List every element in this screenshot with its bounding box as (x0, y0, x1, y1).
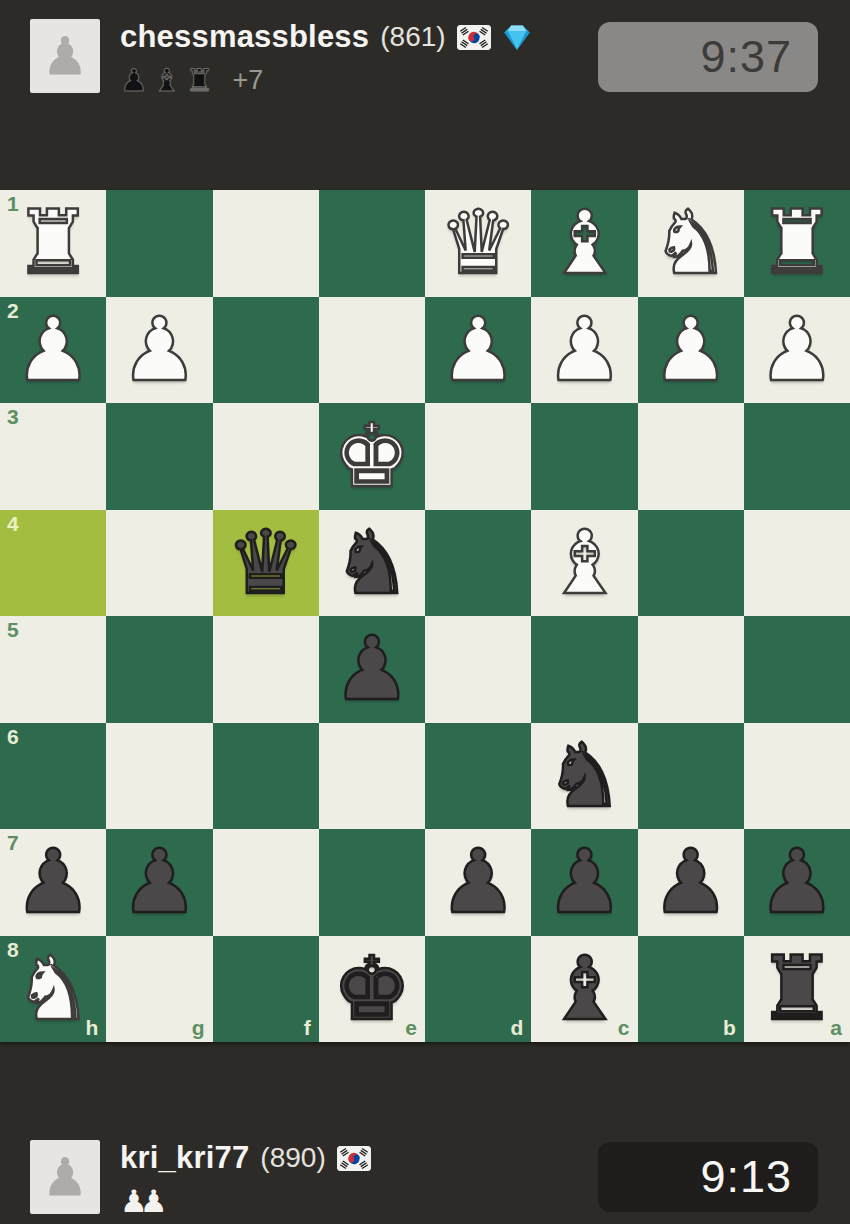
square-d2[interactable]: ♟ (425, 297, 531, 404)
piece-white-pawn: ♟ (14, 306, 93, 394)
bottom-player-avatar[interactable]: ♟ (30, 1140, 100, 1214)
top-player-info: chessmassbless (861) (120, 17, 532, 98)
square-c7[interactable]: ♟ (531, 829, 637, 936)
square-e8[interactable]: e♚ (319, 936, 425, 1043)
square-b7[interactable]: ♟ (638, 829, 744, 936)
piece-black-pawn: ♟ (439, 838, 518, 926)
square-g4[interactable] (106, 510, 212, 617)
rank-label-1: 1 (7, 193, 19, 214)
square-f1[interactable] (213, 190, 319, 297)
square-e1[interactable] (319, 190, 425, 297)
square-g2[interactable]: ♟ (106, 297, 212, 404)
square-g1[interactable] (106, 190, 212, 297)
square-g3[interactable] (106, 403, 212, 510)
bottom-player-info: kri_kri77 (890) (120, 1138, 371, 1219)
south-korea-flag-icon (337, 1146, 371, 1171)
piece-white-pawn: ♟ (757, 306, 836, 394)
top-player-avatar[interactable]: ♟ (30, 19, 100, 93)
captured-white-pawn-icon: ♟ (140, 1183, 168, 1219)
top-player-clock: 9:37 (598, 22, 818, 92)
square-b1[interactable]: ♞ (638, 190, 744, 297)
square-c6[interactable]: ♞ (531, 723, 637, 830)
pawn-avatar-icon: ♟ (42, 30, 89, 82)
top-player-name[interactable]: chessmassbless (120, 19, 369, 55)
piece-white-king: ♚ (332, 412, 411, 500)
piece-black-pawn: ♟ (545, 838, 624, 926)
square-e2[interactable] (319, 297, 425, 404)
captured-pieces: ♟♝♜ (120, 65, 218, 96)
file-label-f: f (304, 1017, 311, 1038)
square-d6[interactable] (425, 723, 531, 830)
square-b5[interactable] (638, 616, 744, 723)
square-g8[interactable]: g (106, 936, 212, 1043)
square-a8[interactable]: a♜ (744, 936, 850, 1043)
piece-white-rook: ♜ (757, 199, 836, 287)
rank-label-4: 4 (7, 513, 19, 534)
file-label-g: g (192, 1017, 205, 1038)
square-a4[interactable] (744, 510, 850, 617)
square-a3[interactable] (744, 403, 850, 510)
square-c2[interactable]: ♟ (531, 297, 637, 404)
square-e3[interactable]: ♚ (319, 403, 425, 510)
square-a7[interactable]: ♟ (744, 829, 850, 936)
square-a2[interactable]: ♟ (744, 297, 850, 404)
piece-white-pawn: ♟ (439, 306, 518, 394)
piece-black-knight: ♞ (545, 732, 624, 820)
square-c5[interactable] (531, 616, 637, 723)
rank-label-2: 2 (7, 300, 19, 321)
rank-label-5: 5 (7, 619, 19, 640)
square-a6[interactable] (744, 723, 850, 830)
square-f4[interactable]: ♛ (213, 510, 319, 617)
bottom-player-rating: (890) (260, 1142, 325, 1174)
piece-white-bishop: ♝ (545, 519, 624, 607)
square-g5[interactable] (106, 616, 212, 723)
square-d7[interactable]: ♟ (425, 829, 531, 936)
square-h7[interactable]: 7♟ (0, 829, 106, 936)
square-b8[interactable]: b (638, 936, 744, 1043)
square-d8[interactable]: d (425, 936, 531, 1043)
piece-black-pawn: ♟ (14, 838, 93, 926)
captured-black-pawn-icon: ♟ (120, 62, 148, 98)
square-c3[interactable] (531, 403, 637, 510)
square-h8[interactable]: 8h♞ (0, 936, 106, 1043)
top-player-bar: ♟ chessmassbless (861) (30, 17, 820, 103)
square-a1[interactable]: ♜ (744, 190, 850, 297)
file-label-h: h (85, 1017, 98, 1038)
bottom-captured-tray: ♟♟ (120, 1183, 371, 1219)
square-f3[interactable] (213, 403, 319, 510)
square-h6[interactable]: 6 (0, 723, 106, 830)
file-label-e: e (405, 1017, 417, 1038)
square-h5[interactable]: 5 (0, 616, 106, 723)
piece-black-king: ♚ (332, 945, 411, 1033)
square-a5[interactable] (744, 616, 850, 723)
rank-label-3: 3 (7, 406, 19, 427)
piece-black-pawn: ♟ (757, 838, 836, 926)
square-f2[interactable] (213, 297, 319, 404)
rank-label-6: 6 (7, 726, 19, 747)
square-e5[interactable]: ♟ (319, 616, 425, 723)
piece-black-rook: ♜ (757, 945, 836, 1033)
square-f7[interactable] (213, 829, 319, 936)
square-e7[interactable] (319, 829, 425, 936)
square-b2[interactable]: ♟ (638, 297, 744, 404)
square-e4[interactable]: ♞ (319, 510, 425, 617)
square-d5[interactable] (425, 616, 531, 723)
piece-white-queen: ♛ (439, 199, 518, 287)
piece-white-pawn: ♟ (545, 306, 624, 394)
rank-label-7: 7 (7, 832, 19, 853)
file-label-b: b (723, 1017, 736, 1038)
square-d3[interactable] (425, 403, 531, 510)
square-c4[interactable]: ♝ (531, 510, 637, 617)
piece-white-knight: ♞ (651, 199, 730, 287)
pawn-avatar-icon: ♟ (42, 1151, 89, 1203)
bottom-player-bar: ♟ kri_kri77 (890) (30, 1138, 820, 1224)
piece-white-pawn: ♟ (651, 306, 730, 394)
file-label-c: c (618, 1017, 630, 1038)
piece-black-queen: ♛ (226, 519, 305, 607)
square-f8[interactable]: f (213, 936, 319, 1043)
square-h3[interactable]: 3 (0, 403, 106, 510)
bottom-player-clock: 9:13 (598, 1142, 818, 1212)
square-c8[interactable]: c♝ (531, 936, 637, 1043)
bottom-player-name[interactable]: kri_kri77 (120, 1140, 249, 1176)
file-label-d: d (510, 1017, 523, 1038)
chess-board: 1♜♛♝♞♜2♟♟♟♟♟♟3♚4♛♞♝5♟6♞7♟♟♟♟♟♟8h♞gfe♚dc♝… (0, 190, 850, 1042)
square-b6[interactable] (638, 723, 744, 830)
piece-white-knight: ♞ (14, 945, 93, 1033)
square-d1[interactable]: ♛ (425, 190, 531, 297)
square-g6[interactable] (106, 723, 212, 830)
square-g7[interactable]: ♟ (106, 829, 212, 936)
piece-black-pawn: ♟ (651, 838, 730, 926)
rank-label-8: 8 (7, 939, 19, 960)
square-h1[interactable]: 1♜ (0, 190, 106, 297)
square-b3[interactable] (638, 403, 744, 510)
piece-white-bishop: ♝ (545, 199, 624, 287)
piece-black-pawn: ♟ (120, 838, 199, 926)
captured-black-rook-icon: ♜ (186, 62, 214, 98)
piece-white-rook: ♜ (14, 199, 93, 287)
top-player-rating: (861) (380, 21, 445, 53)
material-advantage: +7 (232, 65, 263, 96)
square-f6[interactable] (213, 723, 319, 830)
south-korea-flag-icon (457, 25, 491, 50)
diamond-badge-icon (502, 22, 532, 52)
file-label-a: a (830, 1017, 842, 1038)
square-h4[interactable]: 4 (0, 510, 106, 617)
piece-black-pawn: ♟ (332, 625, 411, 713)
top-captured-tray: ♟♝♜ +7 (120, 62, 532, 98)
square-b4[interactable] (638, 510, 744, 617)
square-f5[interactable] (213, 616, 319, 723)
captured-black-bishop-icon: ♝ (153, 62, 181, 98)
piece-black-knight: ♞ (332, 519, 411, 607)
game-screen: ♟ chessmassbless (861) (0, 0, 850, 1224)
captured-pieces: ♟♟ (120, 1186, 160, 1217)
square-e6[interactable] (319, 723, 425, 830)
square-d4[interactable] (425, 510, 531, 617)
piece-white-pawn: ♟ (120, 306, 199, 394)
square-h2[interactable]: 2♟ (0, 297, 106, 404)
piece-black-bishop: ♝ (545, 945, 624, 1033)
square-c1[interactable]: ♝ (531, 190, 637, 297)
